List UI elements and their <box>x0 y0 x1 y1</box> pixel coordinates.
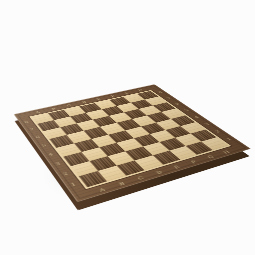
product-photo-scene: ABCDEFGH ABCDEFGH 87654321 87654321 <box>0 0 255 255</box>
